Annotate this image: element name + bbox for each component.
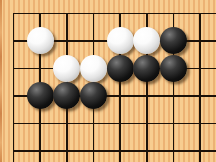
go-board[interactable]: [0, 0, 216, 162]
stone-black[interactable]: [160, 27, 187, 54]
grid-hline: [13, 150, 216, 152]
stone-white[interactable]: [80, 55, 107, 82]
stone-white[interactable]: [53, 55, 80, 82]
stone-white[interactable]: [107, 27, 134, 54]
stone-black[interactable]: [107, 55, 134, 82]
stone-black[interactable]: [80, 82, 107, 109]
stone-white[interactable]: [133, 27, 160, 54]
board-edge-stripe: [0, 0, 2, 162]
stone-black[interactable]: [160, 55, 187, 82]
stone-black[interactable]: [27, 82, 54, 109]
stone-white[interactable]: [27, 27, 54, 54]
stone-black[interactable]: [53, 82, 80, 109]
stone-black[interactable]: [133, 55, 160, 82]
grid-hline: [13, 123, 216, 125]
grid-hline: [13, 13, 216, 15]
grid-vline: [199, 13, 201, 162]
grid-vline: [13, 13, 15, 162]
